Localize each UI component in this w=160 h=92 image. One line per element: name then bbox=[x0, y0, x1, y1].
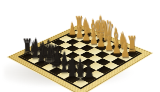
square-a2[interactable]: ♟ bbox=[118, 54, 133, 61]
square-a8[interactable]: ♜ bbox=[72, 79, 89, 88]
chess-set-photo: ♜♞♝♚♛♝♞♜♟♟♟♟♟♟♟♟♟♟♟♟♟♟♟♟♜♞♝♚♛♝♞♜ bbox=[0, 0, 160, 92]
chess-board: ♜♞♝♚♛♝♞♜♟♟♟♟♟♟♟♟♟♟♟♟♟♟♟♟♜♞♝♚♛♝♞♜ bbox=[6, 24, 153, 92]
photo-scene: ♜♞♝♚♛♝♞♜♟♟♟♟♟♟♟♟♟♟♟♟♟♟♟♟♜♞♝♚♛♝♞♜ bbox=[0, 0, 160, 92]
board-grid: ♜♞♝♚♛♝♞♜♟♟♟♟♟♟♟♟♟♟♟♟♟♟♟♟♜♞♝♚♛♝♞♜ bbox=[18, 28, 142, 89]
chess-rook-glyph: ♜ bbox=[74, 61, 87, 85]
chess-pawn-glyph: ♟ bbox=[120, 40, 130, 59]
